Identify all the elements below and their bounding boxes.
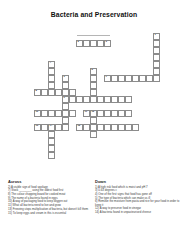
grid-cell[interactable] xyxy=(48,138,55,145)
grid-cell[interactable] xyxy=(48,152,55,159)
grid-cell[interactable] xyxy=(118,96,125,103)
clue-number: 6 xyxy=(63,76,64,79)
grid-cell[interactable] xyxy=(104,110,111,117)
clue-item: 14) A bacteria found in unpasteurised ch… xyxy=(95,211,183,214)
across-clue-list: 2) A visible sign of food spoilage7) Sto… xyxy=(8,186,92,215)
grid-cell[interactable] xyxy=(146,75,153,82)
grid-cell[interactable] xyxy=(83,40,90,47)
grid-cell[interactable]: 5 xyxy=(90,68,97,75)
grid-cell[interactable] xyxy=(41,110,48,117)
grid-cell[interactable] xyxy=(48,82,55,89)
grid-cell[interactable] xyxy=(139,75,146,82)
clue-number: 11 xyxy=(84,111,87,114)
grid-cell[interactable] xyxy=(111,124,118,131)
clue-number: 4 xyxy=(49,62,50,65)
down-clue-list: 1) A high risk food which is moist and p… xyxy=(95,186,183,215)
grid-cell[interactable] xyxy=(153,47,160,54)
grid-cell[interactable]: 8 xyxy=(34,89,41,96)
grid-cell[interactable] xyxy=(83,96,90,103)
grid-cell[interactable] xyxy=(97,40,104,47)
grid-cell[interactable] xyxy=(62,124,69,131)
grid-cell[interactable] xyxy=(132,75,139,82)
grid-cell[interactable]: 11 xyxy=(83,110,90,117)
grid-cell[interactable] xyxy=(97,124,104,131)
grid-cell[interactable] xyxy=(125,110,132,117)
grid-cell[interactable] xyxy=(153,61,160,68)
grid-cell[interactable] xyxy=(90,131,97,138)
grid-cell[interactable] xyxy=(90,89,97,96)
grid-cell[interactable] xyxy=(104,124,111,131)
grid-cell[interactable] xyxy=(111,110,118,117)
grid-cell[interactable] xyxy=(76,96,83,103)
grid-cell[interactable] xyxy=(125,75,132,82)
grid-cell[interactable] xyxy=(153,75,160,82)
grid-cell[interactable] xyxy=(118,124,125,131)
clue-number: 5 xyxy=(91,69,92,72)
grid-cell[interactable] xyxy=(48,75,55,82)
grid-cell[interactable] xyxy=(97,96,104,103)
clue-number: 8 xyxy=(35,90,36,93)
crossword-grid: 123456789101112131415 xyxy=(34,33,160,159)
grid-cell[interactable]: 14 xyxy=(48,124,55,131)
grid-cell[interactable] xyxy=(48,68,55,75)
clue-number: 10 xyxy=(35,111,38,114)
clue-number: 2 xyxy=(77,41,78,44)
grid-cell[interactable] xyxy=(125,96,132,103)
grid-cell[interactable]: 6 xyxy=(62,75,69,82)
grid-cell[interactable] xyxy=(90,75,97,82)
grid-cell[interactable] xyxy=(118,75,125,82)
grid-cell[interactable] xyxy=(62,117,69,124)
grid-cell[interactable] xyxy=(90,82,97,89)
grid-cell[interactable] xyxy=(104,96,111,103)
grid-cell[interactable] xyxy=(48,145,55,152)
grid-cell[interactable] xyxy=(69,110,76,117)
grid-cell[interactable] xyxy=(41,124,48,131)
grid-cell[interactable] xyxy=(55,110,62,117)
clue-number: 3 xyxy=(105,41,106,44)
grid-cell[interactable] xyxy=(90,117,97,124)
grid-cell[interactable] xyxy=(62,82,69,89)
grid-cell[interactable] xyxy=(153,54,160,61)
clue-item: 15) To keep eggs and cream in this is es… xyxy=(8,212,92,215)
grid-cell[interactable]: 1 xyxy=(153,33,160,40)
grid-cell[interactable] xyxy=(97,110,104,117)
grid-cell[interactable]: 2 xyxy=(76,40,83,47)
grid-cell[interactable] xyxy=(55,89,62,96)
grid-cell[interactable]: 13 xyxy=(34,124,41,131)
clue-number: 12 xyxy=(91,111,94,114)
grid-cell[interactable] xyxy=(41,89,48,96)
grid-cell[interactable] xyxy=(111,75,118,82)
grid-cell[interactable] xyxy=(153,40,160,47)
grid-cell[interactable] xyxy=(48,89,55,96)
grid-cell[interactable] xyxy=(90,40,97,47)
clue-number: 14 xyxy=(49,125,52,128)
puzzle-title: Bacteria and Preservation xyxy=(0,11,188,18)
grid-cell[interactable]: 3 xyxy=(104,40,111,47)
grid-cell[interactable] xyxy=(83,124,90,131)
grid-cell[interactable] xyxy=(90,124,97,131)
grid-cell[interactable]: 10 xyxy=(34,110,41,117)
grid-cell[interactable] xyxy=(69,89,76,96)
clue-number: 7 xyxy=(105,76,106,79)
grid-cell[interactable] xyxy=(153,68,160,75)
grid-cell[interactable] xyxy=(118,110,125,117)
clue-number: 13 xyxy=(35,125,38,128)
grid-cell[interactable] xyxy=(90,96,97,103)
grid-cell[interactable] xyxy=(132,124,139,131)
clue-number: 15 xyxy=(77,125,80,128)
grid-cell[interactable] xyxy=(48,131,55,138)
grid-cell[interactable] xyxy=(125,124,132,131)
grid-cell[interactable]: 12 xyxy=(90,110,97,117)
grid-cell[interactable] xyxy=(62,103,69,110)
grid-cell[interactable]: 7 xyxy=(104,75,111,82)
grid-cell[interactable] xyxy=(62,110,69,117)
grid-cell[interactable] xyxy=(69,96,76,103)
grid-cell[interactable] xyxy=(111,96,118,103)
clue-number: 9 xyxy=(63,97,64,100)
grid-cell[interactable] xyxy=(62,89,69,96)
down-clues-section: Down 1) A high risk food which is moist … xyxy=(95,179,183,215)
across-header: Across xyxy=(8,179,92,184)
grid-cell[interactable]: 9 xyxy=(62,96,69,103)
grid-cell[interactable] xyxy=(48,110,55,117)
grid-cell[interactable]: 4 xyxy=(48,61,55,68)
grid-cell[interactable]: 15 xyxy=(76,124,83,131)
grid-cell[interactable] xyxy=(55,124,62,131)
across-clues-section: Across 2) A visible sign of food spoilag… xyxy=(8,179,92,215)
clue-number: 1 xyxy=(154,34,155,37)
down-header: Down xyxy=(95,179,183,184)
